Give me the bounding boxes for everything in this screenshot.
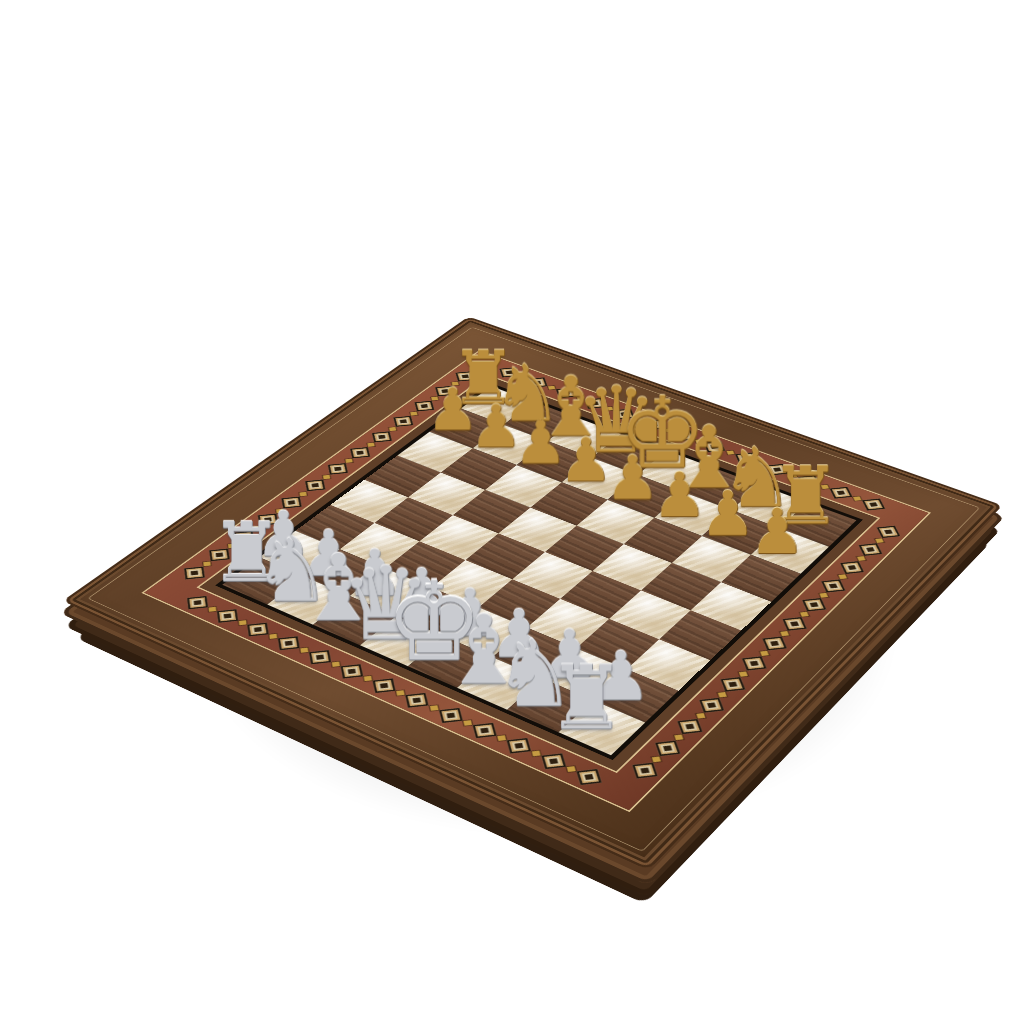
inlay-diamond: [782, 617, 806, 631]
inlay-gold-square: [757, 461, 765, 465]
inlay-gold-square: [463, 720, 472, 726]
white-rook-h1[interactable]: ♜: [520, 654, 653, 742]
inlay-gold-square: [388, 427, 395, 431]
inlay-gold-square: [548, 386, 555, 390]
inlay-diamond: [704, 441, 726, 452]
inlay-diamond: [349, 447, 369, 458]
inlay-diamond: [862, 498, 885, 510]
inlay-diamond: [371, 431, 391, 442]
inlay-diamond: [393, 416, 413, 427]
inlay-diamond: [278, 636, 300, 650]
inlay-diamond: [439, 707, 463, 722]
inlay-diamond: [720, 677, 745, 692]
inlay-diamond: [821, 579, 845, 592]
inlay-gold-square: [299, 492, 306, 496]
inlay-gold-square: [726, 450, 734, 454]
inlay-gold-square: [532, 750, 541, 756]
inlay-diamond: [655, 740, 680, 756]
inlay-gold-square: [520, 375, 527, 379]
product-photo-scene: ♜♞♝♛♚♝♞♜♟♟♟♟♟♟♟♟♟♟♟♟♟♟♟♟♜♞♝♛♚♝♞♜: [0, 0, 1024, 1024]
inlay-gold-square: [497, 735, 506, 741]
inlay-gold-square: [819, 593, 828, 598]
inlay-diamond: [414, 401, 434, 412]
inlay-diamond: [373, 678, 396, 693]
inlay-diamond: [556, 388, 576, 399]
inlay-diamond: [327, 463, 347, 475]
inlay-diamond: [766, 463, 788, 475]
inlay-gold-square: [397, 690, 406, 695]
inlay-gold-square: [718, 692, 727, 697]
inlay-diamond: [614, 409, 635, 420]
inlay-diamond: [798, 475, 821, 487]
inlay-diamond: [435, 386, 455, 397]
inlay-gold-square: [345, 459, 352, 463]
inlay-gold-square: [780, 631, 789, 636]
inlay-diamond: [473, 722, 497, 737]
inlay-gold-square: [665, 428, 673, 432]
inlay-gold-square: [451, 382, 458, 386]
inlay-gold-square: [853, 496, 861, 500]
inlay-diamond: [674, 430, 695, 441]
inlay-gold-square: [431, 396, 438, 400]
inlay-diamond: [699, 697, 724, 712]
inlay-gold-square: [322, 475, 329, 479]
inlay-gold-square: [367, 443, 374, 447]
inlay-diamond: [500, 367, 520, 377]
black-pawn-h7[interactable]: ♟: [716, 501, 837, 563]
inlay-diamond: [762, 637, 786, 651]
inlay-gold-square: [696, 713, 705, 719]
inlay-diamond: [455, 371, 475, 381]
inlay-gold-square: [430, 705, 439, 711]
inlay-diamond: [585, 398, 606, 409]
inlay-gold-square: [364, 676, 372, 681]
inlay-gold-square: [759, 651, 768, 656]
inlay-diamond: [830, 487, 853, 499]
inlay-gold-square: [606, 407, 614, 411]
inlay-gold-square: [577, 396, 585, 400]
inlay-gold-square: [821, 484, 829, 488]
inlay-gold-square: [301, 647, 309, 652]
inlay-diamond: [741, 656, 766, 670]
inlay-diamond: [876, 526, 900, 538]
inlay-diamond: [644, 419, 665, 430]
inlay-gold-square: [789, 473, 797, 477]
inlay-diamond: [735, 452, 757, 463]
inlay-gold-square: [674, 734, 683, 740]
inlay-diamond: [528, 377, 548, 387]
inlay-gold-square: [739, 671, 748, 676]
inlay-gold-square: [270, 634, 278, 639]
inlay-gold-square: [410, 412, 417, 416]
inlay-diamond: [304, 479, 324, 491]
inlay-diamond: [677, 719, 702, 734]
inlay-gold-square: [636, 417, 644, 421]
inlay-gold-square: [838, 574, 847, 579]
inlay-gold-square: [875, 538, 884, 543]
inlay-diamond: [187, 596, 208, 609]
chess-board: ♜♞♝♛♚♝♞♜♟♟♟♟♟♟♟♟♟♟♟♟♟♟♟♟♜♞♝♛♚♝♞♜: [62, 317, 1002, 871]
